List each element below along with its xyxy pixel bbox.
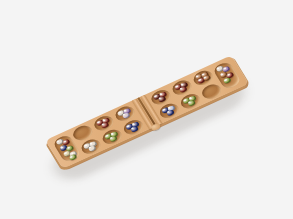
stone-amethyst [221,65,230,72]
stone-garnet [61,138,70,145]
photo-scene [0,0,293,219]
